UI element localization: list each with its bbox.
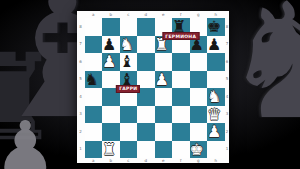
square-a7[interactable] — [85, 36, 103, 54]
square-e2[interactable] — [155, 123, 173, 141]
pawn-statue-icon: ♟ — [0, 112, 57, 169]
square-d1[interactable] — [137, 141, 155, 159]
coord-label: g — [190, 159, 208, 163]
square-g6[interactable] — [190, 53, 208, 71]
knight-statue-icon: ♞ — [220, 0, 300, 142]
square-f2[interactable] — [172, 123, 190, 141]
piece-black-bishop-c6[interactable]: ♝ — [118, 53, 136, 71]
piece-white-queen-h3[interactable]: ♛ — [206, 106, 224, 124]
square-g5[interactable] — [190, 71, 208, 89]
rank-labels-left: 87654321 — [77, 18, 84, 158]
square-b3[interactable] — [102, 106, 120, 124]
square-d8[interactable] — [137, 18, 155, 36]
piece-white-rook-b1[interactable]: ♜ — [101, 141, 119, 159]
square-c2[interactable] — [120, 123, 138, 141]
coord-label: 2 — [225, 123, 229, 141]
coord-label: 7 — [77, 36, 84, 54]
coord-label: d — [137, 13, 155, 17]
board-grid: ♜♚♟♞♜♟♟♟♝♞♝♟♞♛♟♜♚ — [85, 18, 225, 158]
square-b7[interactable]: ♟ — [102, 36, 120, 54]
square-b1[interactable]: ♜ — [102, 141, 120, 159]
coord-label: a — [85, 13, 103, 17]
square-b8[interactable] — [102, 18, 120, 36]
square-a2[interactable] — [85, 123, 103, 141]
player-label-harry: ГАРРИ — [116, 85, 140, 93]
piece-black-pawn-h7[interactable]: ♟ — [206, 36, 224, 54]
square-e4[interactable] — [155, 88, 173, 106]
piece-white-pawn-b6[interactable]: ♟ — [101, 53, 119, 71]
rank-labels-right: 87654321 — [225, 18, 229, 158]
player-label-hermione: ГЕРМИОНА — [162, 32, 199, 40]
square-b2[interactable] — [102, 123, 120, 141]
square-h4[interactable]: ♞ — [207, 88, 225, 106]
coord-label: g — [190, 13, 208, 17]
chess-board: abcdefgh abcdefgh 87654321 87654321 ♜♚♟♞… — [77, 11, 229, 163]
square-c6[interactable]: ♝ — [120, 53, 138, 71]
square-e6[interactable] — [155, 53, 173, 71]
coord-label: h — [207, 13, 225, 17]
square-e3[interactable] — [155, 106, 173, 124]
square-h1[interactable] — [207, 141, 225, 159]
square-b6[interactable]: ♟ — [102, 53, 120, 71]
square-f6[interactable] — [172, 53, 190, 71]
coord-label: 1 — [77, 141, 84, 159]
file-labels-bottom: abcdefgh — [85, 159, 225, 163]
coord-label: 4 — [77, 88, 84, 106]
square-h2[interactable]: ♟ — [207, 123, 225, 141]
square-f4[interactable] — [172, 88, 190, 106]
piece-white-knight-h4[interactable]: ♞ — [206, 88, 224, 106]
square-d6[interactable] — [137, 53, 155, 71]
piece-white-pawn-h2[interactable]: ♟ — [206, 123, 224, 141]
coord-label: 5 — [225, 71, 229, 89]
coord-label: 3 — [225, 106, 229, 124]
piece-white-king-g1[interactable]: ♚ — [188, 141, 206, 159]
coord-label: f — [172, 13, 190, 17]
coord-label: 8 — [77, 18, 84, 36]
coord-label: f — [172, 159, 190, 163]
square-e5[interactable]: ♟ — [155, 71, 173, 89]
coord-label: e — [155, 13, 173, 17]
coord-label: e — [155, 159, 173, 163]
coord-label: 2 — [77, 123, 84, 141]
scene: ♜ ♝ ♟ ♞ abcdefgh abcdefgh 87654321 87654… — [0, 0, 300, 169]
coord-label: b — [102, 159, 120, 163]
coord-label: a — [85, 159, 103, 163]
coord-label: d — [137, 159, 155, 163]
square-f5[interactable] — [172, 71, 190, 89]
square-a4[interactable] — [85, 88, 103, 106]
square-h6[interactable] — [207, 53, 225, 71]
square-f1[interactable] — [172, 141, 190, 159]
coord-label: 4 — [225, 88, 229, 106]
square-c1[interactable] — [120, 141, 138, 159]
square-f3[interactable] — [172, 106, 190, 124]
piece-black-pawn-b7[interactable]: ♟ — [101, 36, 119, 54]
square-d7[interactable] — [137, 36, 155, 54]
piece-black-king-h8[interactable]: ♚ — [206, 18, 224, 36]
square-h5[interactable] — [207, 71, 225, 89]
square-g1[interactable]: ♚ — [190, 141, 208, 159]
square-h8[interactable]: ♚ — [207, 18, 225, 36]
square-g3[interactable] — [190, 106, 208, 124]
square-c3[interactable] — [120, 106, 138, 124]
square-a6[interactable] — [85, 53, 103, 71]
square-h3[interactable]: ♛ — [207, 106, 225, 124]
square-g2[interactable] — [190, 123, 208, 141]
coord-label: c — [120, 13, 138, 17]
square-a5[interactable]: ♞ — [85, 71, 103, 89]
coord-label: b — [102, 13, 120, 17]
coord-label: 8 — [225, 18, 229, 36]
coord-label: 6 — [77, 53, 84, 71]
coord-label: 7 — [225, 36, 229, 54]
square-a3[interactable] — [85, 106, 103, 124]
square-a8[interactable] — [85, 18, 103, 36]
coord-label: c — [120, 159, 138, 163]
piece-white-pawn-e5[interactable]: ♟ — [153, 71, 171, 89]
square-d3[interactable] — [137, 106, 155, 124]
square-d2[interactable] — [137, 123, 155, 141]
piece-white-knight-c7[interactable]: ♞ — [118, 36, 136, 54]
file-labels-top: abcdefgh — [85, 13, 225, 17]
square-h7[interactable]: ♟ — [207, 36, 225, 54]
coord-label: 3 — [77, 106, 84, 124]
square-c8[interactable] — [120, 18, 138, 36]
coord-label: 6 — [225, 53, 229, 71]
coord-label: 1 — [225, 141, 229, 159]
square-e1[interactable] — [155, 141, 173, 159]
square-g4[interactable] — [190, 88, 208, 106]
coord-label: h — [207, 159, 225, 163]
square-a1[interactable] — [85, 141, 103, 159]
piece-black-knight-a5[interactable]: ♞ — [83, 71, 101, 89]
square-c7[interactable]: ♞ — [120, 36, 138, 54]
